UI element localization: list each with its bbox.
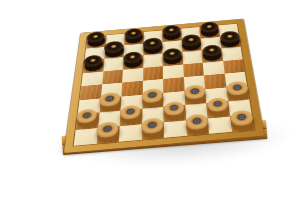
light-checker-piece — [227, 86, 249, 101]
product-photo-stage — [0, 0, 300, 200]
light-checker-piece — [207, 102, 229, 118]
square-r6c4 — [142, 93, 163, 109]
board-grid — [74, 24, 254, 146]
square-r5c1 — [80, 84, 102, 100]
light-checker-piece — [186, 119, 208, 136]
square-r3c4 — [143, 54, 163, 68]
light-checker-piece — [143, 93, 163, 108]
square-r4c8 — [223, 59, 245, 74]
square-r3c3 — [123, 55, 143, 69]
square-r2c6 — [181, 38, 201, 51]
light-checker-piece — [97, 126, 119, 143]
light-checker-piece — [185, 89, 206, 104]
light-checker-piece — [142, 122, 163, 139]
dark-checker-piece — [202, 49, 222, 62]
light-checker-piece — [100, 97, 121, 112]
light-checker-piece — [164, 105, 185, 121]
square-r8c2 — [96, 126, 119, 144]
square-r3c7 — [202, 48, 223, 62]
square-r8c1 — [74, 128, 98, 146]
square-r3c8 — [221, 47, 243, 61]
square-r1c1 — [86, 35, 106, 48]
square-r4c2 — [102, 69, 123, 84]
square-r7c3 — [120, 109, 142, 126]
light-checker-piece — [120, 109, 141, 125]
board-scene — [0, 0, 300, 200]
square-r8c7 — [208, 116, 232, 134]
square-r8c4 — [141, 122, 164, 140]
dark-checker-piece — [87, 36, 106, 48]
square-r4c7 — [203, 61, 225, 76]
square-r8c6 — [186, 118, 209, 136]
square-r4c3 — [122, 68, 143, 83]
light-checker-piece — [76, 113, 98, 129]
light-checker-piece — [230, 115, 253, 132]
square-r4c6 — [183, 63, 204, 78]
square-r8c3 — [119, 124, 142, 142]
square-r8c8 — [230, 114, 255, 132]
dark-checker-piece — [220, 35, 240, 48]
checkers-board — [64, 19, 264, 153]
square-r4c1 — [81, 71, 103, 86]
square-r8c5 — [164, 120, 187, 138]
